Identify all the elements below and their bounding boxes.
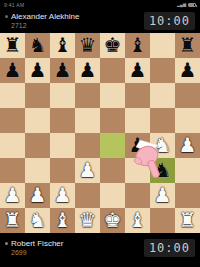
square-d8[interactable]: ♛ bbox=[75, 33, 100, 58]
square-a3[interactable] bbox=[0, 158, 25, 183]
square-h2[interactable] bbox=[175, 183, 200, 208]
square-f2[interactable] bbox=[125, 183, 150, 208]
piece-bR[interactable]: ♜ bbox=[179, 33, 197, 58]
piece-bK[interactable]: ♚ bbox=[104, 33, 122, 58]
square-e1[interactable]: ♚ bbox=[100, 208, 125, 233]
presence-dot bbox=[5, 242, 8, 245]
square-f1[interactable]: ♝ bbox=[125, 208, 150, 233]
square-h5[interactable] bbox=[175, 108, 200, 133]
status-time: 9:41 AM bbox=[4, 2, 24, 8]
square-b3[interactable] bbox=[25, 158, 50, 183]
square-f3[interactable] bbox=[125, 158, 150, 183]
square-a4[interactable] bbox=[0, 133, 25, 158]
piece-wP[interactable]: ♟ bbox=[179, 133, 197, 158]
piece-wK[interactable]: ♚ bbox=[104, 208, 122, 233]
bottom-player-bar: Robert Fischer 2699 10:00 bbox=[0, 236, 200, 260]
square-h7[interactable]: ♟ bbox=[175, 58, 200, 83]
piece-wP[interactable]: ♟ bbox=[79, 158, 97, 183]
battery-icon bbox=[188, 3, 196, 7]
square-c7[interactable]: ♟ bbox=[50, 58, 75, 83]
square-d1[interactable]: ♛ bbox=[75, 208, 100, 233]
square-c1[interactable]: ♝ bbox=[50, 208, 75, 233]
square-b8[interactable]: ♞ bbox=[25, 33, 50, 58]
square-d4[interactable] bbox=[75, 133, 100, 158]
square-c2[interactable]: ♟ bbox=[50, 183, 75, 208]
bottom-player-name: Robert Fischer bbox=[11, 239, 63, 248]
piece-wN[interactable]: ♞ bbox=[154, 133, 172, 158]
square-g7[interactable] bbox=[150, 58, 175, 83]
square-a5[interactable] bbox=[0, 108, 25, 133]
status-icons: ▂▄▆ bbox=[177, 3, 196, 7]
square-f6[interactable] bbox=[125, 83, 150, 108]
square-f5[interactable] bbox=[125, 108, 150, 133]
piece-bP[interactable]: ♟ bbox=[129, 133, 147, 158]
square-a7[interactable]: ♟ bbox=[0, 58, 25, 83]
piece-wR[interactable]: ♜ bbox=[179, 208, 197, 233]
square-d3[interactable]: ♟ bbox=[75, 158, 100, 183]
square-b4[interactable] bbox=[25, 133, 50, 158]
piece-wP[interactable]: ♟ bbox=[54, 183, 72, 208]
board-area: ♜♞♝♛♚♝♜♟♟♟♟♟♟♟♞♟♟♞♟♟♟♟♜♞♝♛♚♝♜ bbox=[0, 33, 200, 233]
square-a8[interactable]: ♜ bbox=[0, 33, 25, 58]
piece-wQ[interactable]: ♛ bbox=[79, 208, 97, 233]
square-b7[interactable]: ♟ bbox=[25, 58, 50, 83]
cellular-signal-icon: ▂▄▆ bbox=[177, 3, 186, 7]
piece-wB[interactable]: ♝ bbox=[129, 208, 147, 233]
piece-wP[interactable]: ♟ bbox=[154, 183, 172, 208]
piece-bQ[interactable]: ♛ bbox=[79, 33, 97, 58]
piece-wR[interactable]: ♜ bbox=[4, 208, 22, 233]
square-e2[interactable] bbox=[100, 183, 125, 208]
square-d2[interactable] bbox=[75, 183, 100, 208]
piece-bP[interactable]: ♟ bbox=[129, 58, 147, 83]
square-d5[interactable] bbox=[75, 108, 100, 133]
piece-bB[interactable]: ♝ bbox=[129, 33, 147, 58]
square-e8[interactable]: ♚ bbox=[100, 33, 125, 58]
piece-wP[interactable]: ♟ bbox=[4, 183, 22, 208]
bottom-clock: 10:00 bbox=[144, 239, 195, 257]
square-c3[interactable] bbox=[50, 158, 75, 183]
square-g3[interactable]: ♞ bbox=[150, 158, 175, 183]
square-a6[interactable] bbox=[0, 83, 25, 108]
piece-bP[interactable]: ♟ bbox=[4, 58, 22, 83]
square-f4[interactable]: ♟ bbox=[125, 133, 150, 158]
square-c5[interactable] bbox=[50, 108, 75, 133]
square-a2[interactable]: ♟ bbox=[0, 183, 25, 208]
presence-dot bbox=[5, 15, 8, 18]
square-g8[interactable] bbox=[150, 33, 175, 58]
square-b5[interactable] bbox=[25, 108, 50, 133]
square-g2[interactable]: ♟ bbox=[150, 183, 175, 208]
top-player-name: Alexander Alekhine bbox=[11, 12, 80, 21]
square-e7[interactable] bbox=[100, 58, 125, 83]
square-f7[interactable]: ♟ bbox=[125, 58, 150, 83]
piece-wP[interactable]: ♟ bbox=[29, 183, 47, 208]
square-d6[interactable] bbox=[75, 83, 100, 108]
square-c8[interactable]: ♝ bbox=[50, 33, 75, 58]
square-b2[interactable]: ♟ bbox=[25, 183, 50, 208]
top-player-bar: Alexander Alekhine 2712 10:00 bbox=[0, 9, 200, 33]
square-b1[interactable]: ♞ bbox=[25, 208, 50, 233]
square-g4[interactable]: ♞ bbox=[150, 133, 175, 158]
square-h1[interactable]: ♜ bbox=[175, 208, 200, 233]
square-c4[interactable] bbox=[50, 133, 75, 158]
bottom-player-rating: 2699 bbox=[11, 249, 63, 257]
square-g5[interactable] bbox=[150, 108, 175, 133]
square-e5[interactable] bbox=[100, 108, 125, 133]
square-h3[interactable] bbox=[175, 158, 200, 183]
square-e4[interactable] bbox=[100, 133, 125, 158]
piece-bP[interactable]: ♟ bbox=[79, 58, 97, 83]
top-player-rating: 2712 bbox=[11, 22, 80, 30]
square-h4[interactable]: ♟ bbox=[175, 133, 200, 158]
square-g6[interactable] bbox=[150, 83, 175, 108]
piece-bP[interactable]: ♟ bbox=[54, 58, 72, 83]
square-h8[interactable]: ♜ bbox=[175, 33, 200, 58]
piece-wB[interactable]: ♝ bbox=[54, 208, 72, 233]
square-b6[interactable] bbox=[25, 83, 50, 108]
chess-board[interactable]: ♜♞♝♛♚♝♜♟♟♟♟♟♟♟♞♟♟♞♟♟♟♟♜♞♝♛♚♝♜ bbox=[0, 33, 200, 233]
piece-bN[interactable]: ♞ bbox=[29, 33, 47, 58]
square-e3[interactable] bbox=[100, 158, 125, 183]
square-c6[interactable] bbox=[50, 83, 75, 108]
square-d7[interactable]: ♟ bbox=[75, 58, 100, 83]
piece-bB[interactable]: ♝ bbox=[54, 33, 72, 58]
square-g1[interactable] bbox=[150, 208, 175, 233]
piece-wN[interactable]: ♞ bbox=[29, 208, 47, 233]
piece-bP[interactable]: ♟ bbox=[29, 58, 47, 83]
square-a1[interactable]: ♜ bbox=[0, 208, 25, 233]
square-f8[interactable]: ♝ bbox=[125, 33, 150, 58]
piece-bN[interactable]: ♞ bbox=[154, 158, 172, 183]
top-clock: 10:00 bbox=[144, 12, 195, 30]
status-bar: 9:41 AM ▂▄▆ bbox=[0, 0, 200, 9]
square-h6[interactable] bbox=[175, 83, 200, 108]
piece-bR[interactable]: ♜ bbox=[4, 33, 22, 58]
square-e6[interactable] bbox=[100, 83, 125, 108]
piece-bP[interactable]: ♟ bbox=[179, 58, 197, 83]
